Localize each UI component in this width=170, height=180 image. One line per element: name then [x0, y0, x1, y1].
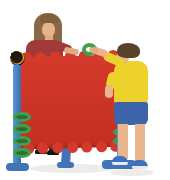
boy-leg	[135, 124, 145, 162]
woman-hair-bangs	[40, 14, 58, 23]
boy-hair	[117, 43, 140, 58]
spare-green-ring	[13, 112, 31, 122]
boy-hand	[91, 47, 98, 54]
frame-front-foot	[57, 162, 74, 168]
boy-leg	[118, 124, 128, 159]
boy-blue-shorts	[114, 102, 148, 125]
spare-green-ring	[13, 124, 31, 134]
boy-lower-forearm	[105, 85, 113, 98]
spare-green-ring	[13, 136, 31, 146]
floor-shadow	[110, 169, 154, 176]
connect-four-board	[17, 55, 125, 150]
board-frame-wrap	[17, 55, 125, 150]
frame-left-foot	[6, 163, 29, 171]
boy-sneaker	[112, 156, 128, 165]
boy-yellow-shirt	[114, 61, 148, 104]
boy-sneaker	[132, 160, 148, 169]
spare-green-ring	[13, 148, 31, 158]
connect-four-product-photo	[0, 0, 170, 180]
